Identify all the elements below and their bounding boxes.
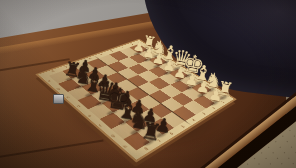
chess-board: ♜♞♝♛♚♝♞♜♟♟♟♟♟♟♟♟♟♟♟♟♟♟♟♟♜♞♝♛♚♝♞♜ 8877665… — [38, 0, 238, 168]
coordinate-label: f — [98, 124, 103, 127]
coordinate-label: c — [66, 96, 71, 99]
coordinate-label: e — [87, 114, 92, 118]
piece-glyph: ♜ — [139, 119, 162, 144]
coordinate-label: b — [56, 87, 61, 90]
coordinate-label: 3 — [201, 112, 206, 116]
board-latch — [53, 94, 64, 104]
coordinate-label: 5 — [180, 125, 186, 129]
piece-glyph: ♟ — [207, 86, 226, 105]
board-squares: ♜♞♝♛♚♝♞♜♟♟♟♟♟♟♟♟♟♟♟♟♟♟♟♟♜♞♝♛♚♝♞♜ — [49, 44, 224, 150]
coordinate-label: 4 — [191, 118, 196, 122]
coordinate-label: 8 — [143, 147, 149, 152]
coordinate-label: h — [122, 144, 128, 149]
chess-photo-scene: ♜♞♝♛♚♝♞♜♟♟♟♟♟♟♟♟♟♟♟♟♟♟♟♟♜♞♝♛♚♝♞♜ 8877665… — [0, 0, 296, 168]
coordinate-label: d — [76, 104, 81, 108]
coordinate-label: a — [47, 79, 52, 82]
board-surface: ♜♞♝♛♚♝♞♜♟♟♟♟♟♟♟♟♟♟♟♟♟♟♟♟♜♞♝♛♚♝♞♜ 8877665… — [35, 39, 237, 163]
coordinate-label: 8 — [51, 70, 56, 73]
coordinate-label: g — [110, 134, 116, 138]
coordinate-label: 2 — [211, 106, 216, 109]
